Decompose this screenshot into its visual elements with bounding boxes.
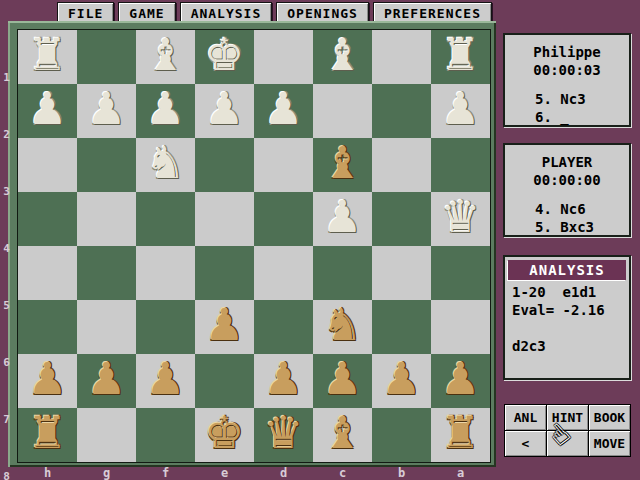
white-king[interactable]: ♚ [205, 33, 244, 77]
square-c7[interactable]: ♟ [313, 354, 372, 408]
square-e5[interactable] [195, 246, 254, 300]
white-pawn[interactable]: ♟ [28, 87, 67, 131]
black-knight[interactable]: ♞ [323, 303, 362, 347]
square-h2[interactable]: ♟ [18, 84, 77, 138]
control-button-grid: ANLHINTBOOK<MOVE [504, 404, 631, 457]
rank-label-6: 6 [0, 315, 13, 372]
square-e1[interactable]: ♚ [195, 30, 254, 84]
analysis-output: 1-20 e1d1Eval= -2.16d2c3 [505, 283, 629, 355]
square-b2[interactable] [372, 84, 431, 138]
square-a5[interactable] [431, 246, 490, 300]
white-pawn[interactable]: ♟ [441, 87, 480, 131]
square-d4[interactable] [254, 192, 313, 246]
square-b3[interactable] [372, 138, 431, 192]
square-f4[interactable] [136, 192, 195, 246]
square-b7[interactable]: ♟ [372, 354, 431, 408]
player-name: PLAYER [505, 154, 629, 170]
square-e2[interactable]: ♟ [195, 84, 254, 138]
hint-button[interactable]: HINT [547, 405, 588, 430]
square-f3[interactable]: ♞ [136, 138, 195, 192]
player-clock: 00:00:00 [505, 172, 629, 188]
square-d2[interactable]: ♟ [254, 84, 313, 138]
square-g3[interactable] [77, 138, 136, 192]
analysis-line: 1-20 e1d1 [512, 283, 629, 301]
black-pawn[interactable]: ♟ [28, 357, 67, 401]
square-c6[interactable]: ♞ [313, 300, 372, 354]
player-panel: PLAYER 00:00:00 4. Nc65. Bxc3 [503, 143, 631, 237]
square-e4[interactable] [195, 192, 254, 246]
opponent-move-list: 5. Nc36. _ [505, 90, 629, 126]
square-h8[interactable]: ♜ [18, 408, 77, 462]
anl-button[interactable]: ANL [505, 405, 546, 430]
square-e3[interactable] [195, 138, 254, 192]
opponent-name: Philippe [505, 44, 629, 60]
square-f2[interactable]: ♟ [136, 84, 195, 138]
square-h4[interactable] [18, 192, 77, 246]
white-bishop[interactable]: ♝ [323, 33, 362, 77]
file-label-b: b [372, 466, 431, 480]
square-b4[interactable] [372, 192, 431, 246]
black-pawn[interactable]: ♟ [264, 357, 303, 401]
black-pawn[interactable]: ♟ [146, 357, 185, 401]
square-e6[interactable]: ♟ [195, 300, 254, 354]
square-a3[interactable] [431, 138, 490, 192]
rank-label-7: 7 [0, 372, 13, 429]
rank-label-1: 1 [0, 30, 13, 87]
black-pawn[interactable]: ♟ [87, 357, 126, 401]
black-bishop[interactable]: ♝ [323, 141, 362, 185]
analysis-line: d2c3 [512, 337, 629, 355]
blank-button[interactable] [547, 431, 588, 456]
white-knight[interactable]: ♞ [146, 141, 185, 185]
square-a2[interactable]: ♟ [431, 84, 490, 138]
square-d6[interactable] [254, 300, 313, 354]
black-bishop[interactable]: ♝ [323, 411, 362, 455]
square-g1[interactable] [77, 30, 136, 84]
square-g6[interactable] [77, 300, 136, 354]
square-c1[interactable]: ♝ [313, 30, 372, 84]
move-entry: 5. Nc3 [535, 90, 629, 108]
square-d3[interactable] [254, 138, 313, 192]
square-e7[interactable] [195, 354, 254, 408]
player-move-list: 4. Nc65. Bxc3 [505, 200, 629, 236]
analysis-panel: ANALYSIS 1-20 e1d1Eval= -2.16d2c3 [503, 255, 631, 380]
square-a7[interactable]: ♟ [431, 354, 490, 408]
white-pawn[interactable]: ♟ [205, 87, 244, 131]
rank-labels: 12345678 [0, 30, 13, 480]
rank-label-2: 2 [0, 87, 13, 144]
square-d5[interactable] [254, 246, 313, 300]
square-h1[interactable]: ♜ [18, 30, 77, 84]
white-queen[interactable]: ♛ [441, 195, 480, 239]
square-f6[interactable] [136, 300, 195, 354]
rank-label-3: 3 [0, 144, 13, 201]
opponent-clock: 00:00:03 [505, 62, 629, 78]
white-bishop[interactable]: ♝ [146, 33, 185, 77]
black-pawn[interactable]: ♟ [323, 357, 362, 401]
square-d8[interactable]: ♛ [254, 408, 313, 462]
square-g4[interactable] [77, 192, 136, 246]
square-b8[interactable] [372, 408, 431, 462]
white-pawn[interactable]: ♟ [146, 87, 185, 131]
move-button[interactable]: MOVE [589, 431, 630, 456]
square-c2[interactable] [313, 84, 372, 138]
move-entry: 6. _ [535, 108, 629, 126]
square-a1[interactable]: ♜ [431, 30, 490, 84]
square-a4[interactable]: ♛ [431, 192, 490, 246]
square-h7[interactable]: ♟ [18, 354, 77, 408]
black-pawn[interactable]: ♟ [205, 303, 244, 347]
opponent-panel: Philippe 00:00:03 5. Nc36. _ [503, 33, 631, 127]
square-f1[interactable]: ♝ [136, 30, 195, 84]
square-d1[interactable] [254, 30, 313, 84]
square-h6[interactable] [18, 300, 77, 354]
file-label-f: f [136, 466, 195, 480]
square-d7[interactable]: ♟ [254, 354, 313, 408]
white-rook[interactable]: ♜ [28, 33, 67, 77]
square-e8[interactable]: ♚ [195, 408, 254, 462]
square-b1[interactable] [372, 30, 431, 84]
square-c3[interactable]: ♝ [313, 138, 372, 192]
back-button[interactable]: < [505, 431, 546, 456]
square-a6[interactable] [431, 300, 490, 354]
square-f8[interactable] [136, 408, 195, 462]
square-f5[interactable] [136, 246, 195, 300]
white-pawn[interactable]: ♟ [87, 87, 126, 131]
white-pawn[interactable]: ♟ [323, 195, 362, 239]
square-f7[interactable]: ♟ [136, 354, 195, 408]
file-label-a: a [431, 466, 490, 480]
square-g7[interactable]: ♟ [77, 354, 136, 408]
black-queen[interactable]: ♛ [264, 411, 303, 455]
chess-board: ♜♝♚♝♜♟♟♟♟♟♟♞♝♟♛♟♞♟♟♟♟♟♟♟♜♚♛♝♜ [18, 30, 490, 462]
black-pawn[interactable]: ♟ [441, 357, 480, 401]
square-h3[interactable] [18, 138, 77, 192]
black-rook[interactable]: ♜ [441, 411, 480, 455]
chess-board-frame: ♜♝♚♝♜♟♟♟♟♟♟♞♝♟♛♟♞♟♟♟♟♟♟♟♜♚♛♝♜ [8, 21, 496, 467]
square-c8[interactable]: ♝ [313, 408, 372, 462]
move-entry: 5. Bxc3 [535, 218, 629, 236]
file-label-h: h [18, 466, 77, 480]
black-king[interactable]: ♚ [205, 411, 244, 455]
square-g8[interactable] [77, 408, 136, 462]
analysis-line [512, 319, 629, 337]
rank-label-5: 5 [0, 258, 13, 315]
file-label-g: g [77, 466, 136, 480]
square-b6[interactable] [372, 300, 431, 354]
file-labels: hgfedcba [18, 466, 490, 480]
square-a8[interactable]: ♜ [431, 408, 490, 462]
rank-label-8: 8 [0, 429, 13, 480]
file-label-c: c [313, 466, 372, 480]
white-rook[interactable]: ♜ [441, 33, 480, 77]
analysis-title: ANALYSIS [508, 260, 626, 280]
black-pawn[interactable]: ♟ [382, 357, 421, 401]
square-c4[interactable]: ♟ [313, 192, 372, 246]
move-entry: 4. Nc6 [535, 200, 629, 218]
rank-label-4: 4 [0, 201, 13, 258]
file-label-d: d [254, 466, 313, 480]
square-b5[interactable] [372, 246, 431, 300]
black-rook[interactable]: ♜ [28, 411, 67, 455]
white-pawn[interactable]: ♟ [264, 87, 303, 131]
book-button[interactable]: BOOK [589, 405, 630, 430]
square-h5[interactable] [18, 246, 77, 300]
file-label-e: e [195, 466, 254, 480]
square-g2[interactable]: ♟ [77, 84, 136, 138]
square-g5[interactable] [77, 246, 136, 300]
square-c5[interactable] [313, 246, 372, 300]
analysis-line: Eval= -2.16 [512, 301, 629, 319]
